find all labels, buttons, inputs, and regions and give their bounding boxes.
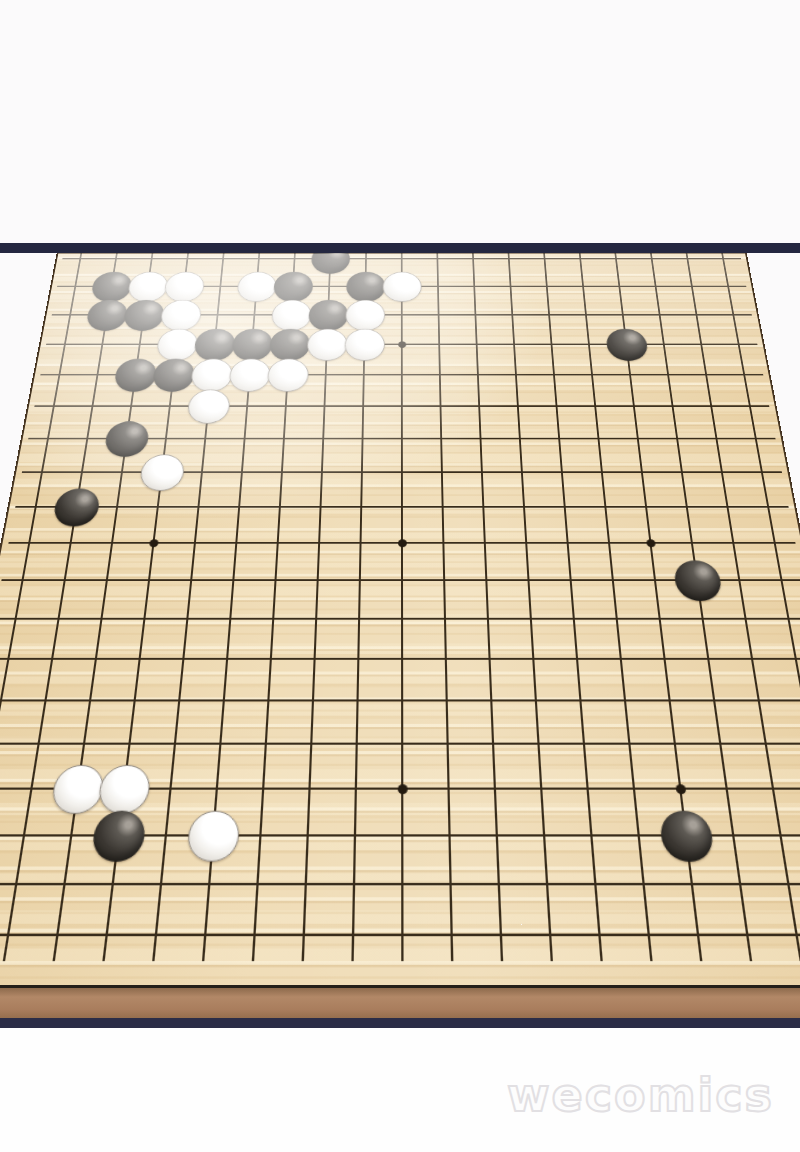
black-stone [122,299,166,330]
white-stone [185,810,240,861]
board-intersection [53,489,99,524]
star-point [675,784,686,794]
board-intersection [272,300,311,329]
board-intersection [86,300,127,329]
white-stone [163,271,205,301]
board-intersection [157,329,198,359]
black-stone [85,299,129,330]
black-stone [113,358,158,391]
black-stone [193,328,236,360]
white-stone [138,454,185,491]
black-stone [103,421,150,456]
black-stone [51,488,101,526]
board-grid [0,253,800,961]
board-intersection [140,455,184,489]
black-stone [268,328,310,360]
board-intersection [270,329,309,359]
white-stone [345,299,385,330]
white-stone [159,299,202,330]
white-stone [189,358,233,391]
white-stone [126,271,169,301]
board-intersection [674,561,722,599]
white-stone [236,271,277,301]
black-stone [308,299,349,330]
black-stone [605,328,649,360]
board-intersection [164,272,204,300]
board-intersection [114,359,156,390]
board-intersection [123,300,164,329]
white-stone [186,389,231,423]
board-intersection [660,812,713,860]
board-area [0,253,800,985]
board-intersection [383,272,420,300]
white-stone [228,358,271,391]
board-intersection [268,359,308,390]
panel-top-border [0,243,800,253]
white-stone [155,328,199,360]
board-intersection [237,272,275,300]
board-intersection [232,329,272,359]
board-intersection [347,272,384,300]
star-point [149,539,159,547]
board-intersection [312,253,349,272]
black-stone [151,358,196,391]
white-stone [266,358,309,391]
board-intersection [307,329,346,359]
board-intersection [346,300,383,329]
board-intersection [191,359,232,390]
go-board [0,253,800,985]
board-intersection [229,359,269,390]
board-intersection [98,766,150,812]
board-intersection [51,766,104,812]
black-stone [90,271,134,301]
board-intersection [187,390,229,422]
white-stone [382,271,421,301]
black-stone [346,271,385,301]
board-intersection [606,329,647,359]
white-stone [344,328,385,360]
board-intersection [128,272,168,300]
board-intersection [91,272,132,300]
black-stone [231,328,274,360]
star-point [397,784,407,794]
panel-bottom-border [0,1018,800,1028]
white-stone [270,299,311,330]
board-intersection [187,812,238,860]
board-intersection [194,329,234,359]
white-stone [306,328,347,360]
black-stone [90,810,147,861]
board-intersection [153,359,195,390]
board-intersection [274,272,312,300]
board-intersection [309,300,347,329]
star-point [398,341,406,347]
wecomics-watermark: wecomics [507,1068,774,1122]
board-intersection [345,329,383,359]
black-stone [310,253,349,273]
star-point [398,539,407,547]
black-stone [272,271,313,301]
board-intersection [92,812,145,860]
board-intersection [160,300,200,329]
white-stone [96,764,152,813]
white-stone [49,764,106,813]
comic-panel: wecomics [0,0,800,1152]
board-front-edge [0,985,800,1018]
star-point [646,539,656,547]
black-stone [658,810,715,861]
board-intersection [104,422,148,455]
black-stone [672,560,723,601]
